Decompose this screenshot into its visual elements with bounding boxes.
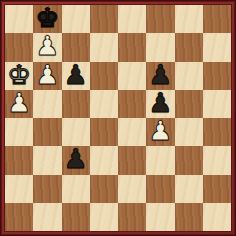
square-d4[interactable]	[90, 118, 118, 146]
square-e8[interactable]	[118, 5, 146, 33]
square-g3[interactable]	[175, 146, 203, 174]
square-d7[interactable]	[90, 33, 118, 61]
square-b8[interactable]: ♚	[33, 5, 61, 33]
square-c7[interactable]	[62, 33, 90, 61]
square-f4[interactable]: ♟	[146, 118, 174, 146]
square-f3[interactable]	[146, 146, 174, 174]
square-g4[interactable]	[175, 118, 203, 146]
square-h5[interactable]	[203, 90, 231, 118]
square-b4[interactable]	[33, 118, 61, 146]
square-a8[interactable]	[5, 5, 33, 33]
square-g7[interactable]	[175, 33, 203, 61]
square-h8[interactable]	[203, 5, 231, 33]
square-b6[interactable]: ♟	[33, 62, 61, 90]
square-e3[interactable]	[118, 146, 146, 174]
square-f7[interactable]	[146, 33, 174, 61]
square-g6[interactable]	[175, 62, 203, 90]
square-e1[interactable]	[118, 203, 146, 231]
black-king[interactable]: ♚	[35, 5, 59, 32]
square-c4[interactable]	[62, 118, 90, 146]
chess-board: ♚♟♚♟♟♟♟♟♟♟	[5, 5, 231, 231]
square-h4[interactable]	[203, 118, 231, 146]
square-b5[interactable]	[33, 90, 61, 118]
square-e4[interactable]	[118, 118, 146, 146]
square-d6[interactable]	[90, 62, 118, 90]
square-d8[interactable]	[90, 5, 118, 33]
square-a5[interactable]: ♟	[5, 90, 33, 118]
square-e6[interactable]	[118, 62, 146, 90]
white-king[interactable]: ♚	[7, 62, 31, 89]
black-pawn[interactable]: ♟	[148, 90, 172, 117]
square-g5[interactable]	[175, 90, 203, 118]
white-pawn[interactable]: ♟	[35, 62, 59, 89]
square-b7[interactable]: ♟	[33, 33, 61, 61]
square-f5[interactable]: ♟	[146, 90, 174, 118]
square-d1[interactable]	[90, 203, 118, 231]
square-h2[interactable]	[203, 175, 231, 203]
square-c5[interactable]	[62, 90, 90, 118]
square-h3[interactable]	[203, 146, 231, 174]
square-g2[interactable]	[175, 175, 203, 203]
white-pawn[interactable]: ♟	[148, 118, 172, 145]
square-g1[interactable]	[175, 203, 203, 231]
square-d2[interactable]	[90, 175, 118, 203]
square-b1[interactable]	[33, 203, 61, 231]
square-h6[interactable]	[203, 62, 231, 90]
square-a3[interactable]	[5, 146, 33, 174]
square-a4[interactable]	[5, 118, 33, 146]
square-f6[interactable]: ♟	[146, 62, 174, 90]
square-g8[interactable]	[175, 5, 203, 33]
square-b3[interactable]	[33, 146, 61, 174]
square-h7[interactable]	[203, 33, 231, 61]
square-a7[interactable]	[5, 33, 33, 61]
square-c6[interactable]: ♟	[62, 62, 90, 90]
square-c3[interactable]: ♟	[62, 146, 90, 174]
white-pawn[interactable]: ♟	[35, 33, 59, 60]
square-h1[interactable]	[203, 203, 231, 231]
black-pawn[interactable]: ♟	[64, 62, 88, 89]
black-pawn[interactable]: ♟	[148, 62, 172, 89]
square-c1[interactable]	[62, 203, 90, 231]
square-a2[interactable]	[5, 175, 33, 203]
square-a1[interactable]	[5, 203, 33, 231]
square-c8[interactable]	[62, 5, 90, 33]
square-e5[interactable]	[118, 90, 146, 118]
square-e7[interactable]	[118, 33, 146, 61]
white-pawn[interactable]: ♟	[7, 90, 31, 117]
square-c2[interactable]	[62, 175, 90, 203]
square-a6[interactable]: ♚	[5, 62, 33, 90]
square-f2[interactable]	[146, 175, 174, 203]
square-d3[interactable]	[90, 146, 118, 174]
black-pawn[interactable]: ♟	[64, 146, 88, 173]
square-f8[interactable]	[146, 5, 174, 33]
square-f1[interactable]	[146, 203, 174, 231]
square-b2[interactable]	[33, 175, 61, 203]
square-e2[interactable]	[118, 175, 146, 203]
board-frame: ♚♟♚♟♟♟♟♟♟♟	[0, 0, 236, 236]
square-d5[interactable]	[90, 90, 118, 118]
